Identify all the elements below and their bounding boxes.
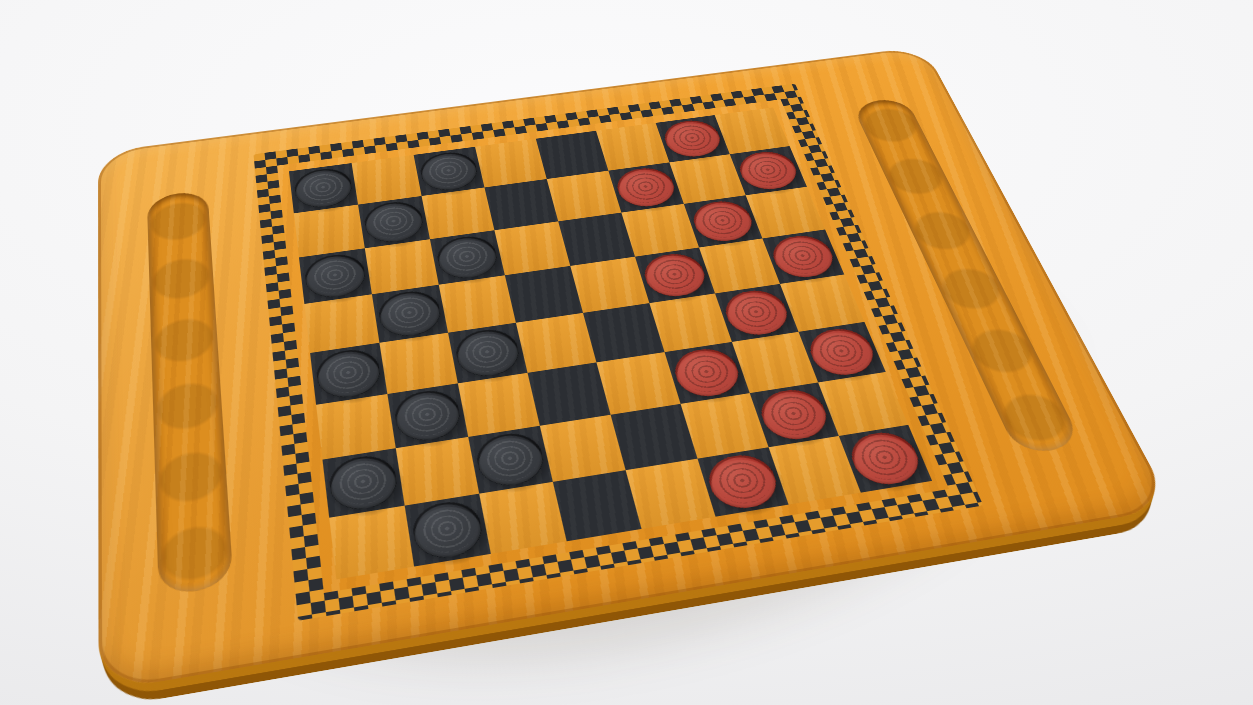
checker-red[interactable]: ● bbox=[640, 251, 711, 300]
checkers-board: ●●●●●●●●●●●●●●●●●●●●●●●● bbox=[98, 46, 1173, 692]
checker-black[interactable]: ● bbox=[453, 326, 523, 379]
checker-red[interactable]: ● bbox=[767, 233, 839, 281]
checker-black[interactable]: ● bbox=[376, 288, 443, 339]
perspective-scene: ●●●●●●●●●●●●●●●●●●●●●●●● bbox=[0, 0, 1253, 705]
scene-background: ●●●●●●●●●●●●●●●●●●●●●●●● bbox=[0, 0, 1253, 705]
wooden-tray: ●●●●●●●●●●●●●●●●●●●●●●●● bbox=[98, 46, 1173, 692]
checker-black[interactable]: ● bbox=[473, 430, 548, 490]
piece-storage-groove-left bbox=[147, 190, 234, 598]
checker-red[interactable]: ● bbox=[703, 451, 783, 512]
checker-red[interactable]: ● bbox=[804, 325, 881, 378]
checker-black[interactable]: ● bbox=[392, 387, 463, 444]
checker-black[interactable]: ● bbox=[434, 233, 500, 281]
square-r8c1 bbox=[329, 506, 414, 580]
checker-black[interactable]: ● bbox=[293, 166, 354, 210]
checker-black[interactable]: ● bbox=[327, 452, 400, 513]
checker-red[interactable]: ● bbox=[613, 165, 680, 209]
checker-red[interactable]: ● bbox=[755, 386, 834, 443]
checker-red[interactable]: ● bbox=[688, 198, 757, 244]
square-r7c3[interactable]: ● bbox=[468, 426, 553, 494]
checker-black[interactable]: ● bbox=[315, 346, 383, 401]
checker-red[interactable]: ● bbox=[660, 118, 725, 160]
checker-black[interactable]: ● bbox=[303, 251, 367, 300]
checker-red[interactable]: ● bbox=[734, 149, 802, 192]
checker-red[interactable]: ● bbox=[669, 345, 744, 400]
checker-black[interactable]: ● bbox=[418, 150, 481, 193]
square-r8c3 bbox=[479, 482, 566, 554]
square-r8c2[interactable]: ● bbox=[405, 494, 491, 567]
checker-black[interactable]: ● bbox=[410, 498, 486, 562]
checker-red[interactable]: ● bbox=[720, 287, 794, 338]
checker-black[interactable]: ● bbox=[362, 199, 425, 245]
